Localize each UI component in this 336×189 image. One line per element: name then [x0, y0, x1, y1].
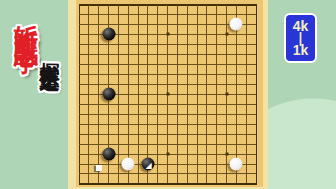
- black-stone-d16: [102, 28, 115, 41]
- hoshi-point: [225, 93, 228, 96]
- grid-line-horizontal: [79, 114, 257, 115]
- grid-line-vertical: [79, 5, 81, 185]
- go-board[interactable]: ◢: [68, 0, 268, 189]
- grid-line-vertical: [157, 5, 158, 185]
- hoshi-point: [225, 153, 228, 156]
- grid-line-vertical: [98, 5, 99, 185]
- rank-divider-bar: |: [299, 33, 302, 44]
- grid-line-vertical: [206, 5, 207, 185]
- grid-line-vertical: [187, 5, 188, 185]
- grid-line-vertical: [138, 5, 139, 185]
- grid-line-horizontal: [79, 104, 257, 105]
- square-marker-c3: [96, 165, 102, 171]
- rank-range-badge: 4k | 1k: [284, 13, 317, 63]
- grid-line-horizontal: [79, 183, 257, 185]
- black-stone-d10: [102, 88, 115, 101]
- hoshi-point: [166, 33, 169, 36]
- grid-line-horizontal: [79, 173, 257, 174]
- grid-line-vertical: [216, 5, 217, 185]
- grid-line-vertical: [256, 5, 258, 185]
- banner-title-red: 斩断实战恶手: [10, 5, 42, 35]
- grid-line-vertical: [177, 5, 178, 185]
- hoshi-point: [225, 33, 228, 36]
- hoshi-point: [166, 93, 169, 96]
- white-stone-r17: [230, 18, 243, 31]
- grid-line-horizontal: [79, 134, 257, 135]
- hoshi-point: [166, 153, 169, 156]
- white-stone-f3: [122, 158, 135, 171]
- grid-line-horizontal: [79, 124, 257, 125]
- grid-line-vertical: [197, 5, 198, 185]
- grid-line-horizontal: [79, 144, 257, 145]
- grid-line-vertical: [118, 5, 119, 185]
- black-stone-h3: ◢: [141, 158, 154, 171]
- banner-subtitle-black: 探索棋之正道: [37, 46, 64, 58]
- black-stone-d4: [102, 148, 115, 161]
- last-move-triangle-marker: ◢: [146, 162, 152, 170]
- grid-line-vertical: [246, 5, 247, 185]
- white-stone-r3: [230, 158, 243, 171]
- grid-line-vertical: [88, 5, 89, 185]
